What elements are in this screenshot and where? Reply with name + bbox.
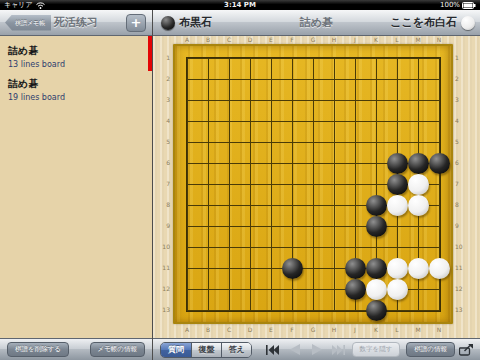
coordinate-label: 6: [158, 153, 170, 173]
coordinate-label: H: [324, 326, 344, 333]
white-stone-M11: [408, 258, 429, 279]
coordinate-label: 11: [455, 258, 467, 278]
coordinate-label: A: [177, 326, 197, 333]
coordinate-label: 10: [158, 237, 170, 257]
list-item-subtitle: 13 lines board: [8, 60, 144, 69]
coordinate-label: F: [282, 36, 302, 43]
coordinate-label: K: [366, 36, 386, 43]
back-button[interactable]: 棋譜メモ帳: [5, 15, 51, 31]
coordinate-label: A: [177, 36, 197, 43]
coordinate-label: 9: [158, 216, 170, 236]
white-stone-icon: [461, 16, 475, 30]
black-stone-L6: [387, 153, 408, 174]
coordinate-label: 7: [455, 174, 467, 194]
coordinate-label: H: [324, 36, 344, 43]
board-area: ABCDEFGHJKLMN ABCDEFGHJKLMN 123456789101…: [153, 36, 480, 338]
coordinate-label: 2: [455, 69, 467, 89]
coordinate-label: 3: [455, 90, 467, 110]
previous-move-button[interactable]: [288, 344, 301, 355]
list-item-19-lines[interactable]: 詰め碁 19 lines board: [0, 74, 152, 107]
sidebar-navbar: 棋譜メモ帳 死活练习 +: [0, 10, 152, 36]
clock: 3:14 PM: [0, 0, 480, 10]
playback-controls: [266, 344, 345, 355]
segment-replay[interactable]: 復盤: [191, 343, 221, 357]
coordinate-label: 4: [158, 111, 170, 131]
problem-list: 詰め碁 13 lines board 詰め碁 19 lines board: [0, 36, 152, 338]
black-stone-icon: [161, 16, 175, 30]
coordinate-label: 7: [158, 174, 170, 194]
coordinate-label: D: [240, 326, 260, 333]
coordinate-label: 9: [455, 216, 467, 236]
segment-question[interactable]: 質問: [161, 343, 191, 357]
battery-icon: [462, 2, 476, 9]
place-black-mode-button[interactable]: 布黒石: [161, 15, 212, 30]
coordinate-label: 12: [455, 279, 467, 299]
coordinate-label: C: [219, 326, 239, 333]
skip-to-start-button[interactable]: [266, 344, 279, 355]
coordinate-label: J: [345, 36, 365, 43]
mode-segmented-control: 質問 復盤 答え: [160, 342, 252, 358]
coordinate-label: N: [429, 326, 449, 333]
coordinate-label: 11: [158, 258, 170, 278]
coordinate-label: 10: [455, 237, 467, 257]
black-stone-F11: [282, 258, 303, 279]
sidebar-panel: 棋譜メモ帳 死活练习 + 詰め碁 13 lines board 詰め碁 19 l…: [0, 10, 152, 360]
white-stone-M8: [408, 195, 429, 216]
white-stone-L11: [387, 258, 408, 279]
kifu-info-button[interactable]: 棋譜の情報: [406, 342, 455, 357]
coordinate-label: 4: [455, 111, 467, 131]
black-stone-K13: [366, 300, 387, 321]
coordinate-label: G: [303, 326, 323, 333]
black-stone-J11: [345, 258, 366, 279]
list-item-13-lines[interactable]: 詰め碁 13 lines board: [0, 41, 152, 74]
black-stone-N6: [429, 153, 450, 174]
share-icon: [459, 343, 474, 356]
black-stone-K9: [366, 216, 387, 237]
go-board: [173, 44, 453, 324]
white-stone-L8: [387, 195, 408, 216]
board-toolbar: 質問 復盤 答え: [153, 338, 480, 360]
coordinate-label: M: [408, 36, 428, 43]
board-navbar: 詰め碁 布黒石 ここを布白石: [153, 10, 480, 36]
coordinate-label: 3: [158, 90, 170, 110]
memo-info-button[interactable]: メモ帳の情報: [90, 342, 145, 357]
next-move-button[interactable]: [310, 344, 323, 355]
black-stone-K8: [366, 195, 387, 216]
coordinate-label: E: [261, 326, 281, 333]
battery-percent: 100%: [440, 0, 460, 10]
black-stone-J12: [345, 279, 366, 300]
coordinate-label: 2: [158, 69, 170, 89]
coordinate-label: 1: [455, 48, 467, 68]
share-button[interactable]: [459, 343, 474, 356]
app-screen: キャリア 3:14 PM 100% 棋譜メモ帳 死活练习 +: [0, 0, 480, 360]
white-stone-M7: [408, 174, 429, 195]
black-stone-K11: [366, 258, 387, 279]
segment-answer[interactable]: 答え: [221, 343, 251, 357]
coordinate-label: B: [198, 36, 218, 43]
skip-to-end-button[interactable]: [332, 344, 345, 355]
coordinate-label: 8: [455, 195, 467, 215]
coordinate-label: 13: [158, 300, 170, 320]
coordinate-label: K: [366, 326, 386, 333]
coordinate-label: B: [198, 326, 218, 333]
delete-kifu-button[interactable]: 棋譜を削除する: [7, 342, 69, 357]
coordinate-label: F: [282, 326, 302, 333]
coordinate-label: M: [408, 326, 428, 333]
coordinate-label: N: [429, 36, 449, 43]
white-stone-L12: [387, 279, 408, 300]
coordinate-label: 13: [455, 300, 467, 320]
status-bar: キャリア 3:14 PM 100%: [0, 0, 480, 10]
coordinate-label: E: [261, 36, 281, 43]
coordinate-label: 1: [158, 48, 170, 68]
list-item-title: 詰め碁: [8, 44, 144, 58]
white-stone-N11: [429, 258, 450, 279]
coordinate-label: 8: [158, 195, 170, 215]
place-white-mode-button[interactable]: ここを布白石: [390, 15, 475, 30]
black-stone-M6: [408, 153, 429, 174]
add-button[interactable]: +: [126, 14, 146, 32]
sidebar-toolbar: 棋譜を削除する メモ帳の情報: [0, 338, 152, 360]
coordinate-label: 5: [455, 132, 467, 152]
coordinate-label: 12: [158, 279, 170, 299]
list-item-title: 詰め碁: [8, 77, 144, 91]
hide-numbers-button[interactable]: 数字を隠す: [352, 342, 401, 357]
coordinate-label: 6: [455, 153, 467, 173]
coordinate-label: J: [345, 326, 365, 333]
coordinate-label: G: [303, 36, 323, 43]
board-panel: 詰め碁 布黒石 ここを布白石 ABCDEFGHJKLMN ABCDEFGHJKL…: [152, 10, 480, 360]
list-item-subtitle: 19 lines board: [8, 93, 144, 102]
coordinate-label: L: [387, 326, 407, 333]
white-stone-K12: [366, 279, 387, 300]
coordinate-label: C: [219, 36, 239, 43]
coordinate-label: D: [240, 36, 260, 43]
black-stone-L7: [387, 174, 408, 195]
coordinate-label: 5: [158, 132, 170, 152]
board-grid[interactable]: [187, 58, 440, 311]
coordinate-label: L: [387, 36, 407, 43]
